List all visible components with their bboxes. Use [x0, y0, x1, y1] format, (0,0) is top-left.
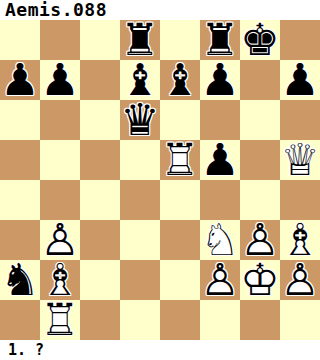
square-e7[interactable]: ♝ [160, 60, 200, 100]
square-d3[interactable] [120, 220, 160, 260]
square-b5[interactable] [40, 140, 80, 180]
piece-black-king: ♚ [240, 20, 280, 60]
square-f2[interactable]: ♟♙ [200, 260, 240, 300]
piece-black-bishop: ♝ [160, 60, 200, 100]
square-d1[interactable] [120, 300, 160, 340]
puzzle-title: Aemis.088 [5, 0, 107, 20]
square-a5[interactable] [0, 140, 40, 180]
square-h5[interactable]: ♛♕ [280, 140, 320, 180]
piece-white-queen: ♛♕ [280, 140, 320, 180]
piece-black-pawn: ♟ [200, 140, 240, 180]
piece-white-rook: ♜♖ [40, 300, 80, 340]
square-d2[interactable] [120, 260, 160, 300]
square-c4[interactable] [80, 180, 120, 220]
square-h7[interactable]: ♟ [280, 60, 320, 100]
piece-black-pawn: ♟ [280, 60, 320, 100]
square-c7[interactable] [80, 60, 120, 100]
square-c1[interactable] [80, 300, 120, 340]
square-c5[interactable] [80, 140, 120, 180]
square-g5[interactable] [240, 140, 280, 180]
square-c3[interactable] [80, 220, 120, 260]
square-e4[interactable] [160, 180, 200, 220]
square-h2[interactable]: ♟♙ [280, 260, 320, 300]
square-a4[interactable] [0, 180, 40, 220]
piece-white-pawn: ♟♙ [280, 260, 320, 300]
square-a2[interactable]: ♞ [0, 260, 40, 300]
square-f1[interactable] [200, 300, 240, 340]
square-c8[interactable] [80, 20, 120, 60]
piece-black-pawn: ♟ [40, 60, 80, 100]
square-d4[interactable] [120, 180, 160, 220]
piece-black-pawn: ♟ [200, 60, 240, 100]
piece-white-king: ♚♔ [240, 260, 280, 300]
square-d5[interactable] [120, 140, 160, 180]
square-e1[interactable] [160, 300, 200, 340]
square-e2[interactable] [160, 260, 200, 300]
square-d6[interactable]: ♛ [120, 100, 160, 140]
square-c2[interactable] [80, 260, 120, 300]
chess-puzzle-window: Aemis.088 ♜♜♚♟♟♝♝♟♟♛♜♖♟♛♕♟♙♞♘♟♙♝♗♞♝♗♟♙♚♔… [0, 0, 320, 360]
square-a6[interactable] [0, 100, 40, 140]
square-e3[interactable] [160, 220, 200, 260]
chess-board: ♜♜♚♟♟♝♝♟♟♛♜♖♟♛♕♟♙♞♘♟♙♝♗♞♝♗♟♙♚♔♟♙♜♖ [0, 20, 320, 340]
square-b7[interactable]: ♟ [40, 60, 80, 100]
square-b1[interactable]: ♜♖ [40, 300, 80, 340]
square-a7[interactable]: ♟ [0, 60, 40, 100]
square-g1[interactable] [240, 300, 280, 340]
square-a1[interactable] [0, 300, 40, 340]
square-g6[interactable] [240, 100, 280, 140]
piece-white-pawn: ♟♙ [200, 260, 240, 300]
square-b6[interactable] [40, 100, 80, 140]
square-f7[interactable]: ♟ [200, 60, 240, 100]
piece-black-pawn: ♟ [0, 60, 40, 100]
square-e5[interactable]: ♜♖ [160, 140, 200, 180]
piece-black-knight: ♞ [0, 260, 40, 300]
square-f5[interactable]: ♟ [200, 140, 240, 180]
move-prompt: 1. ? [8, 340, 44, 360]
square-g7[interactable] [240, 60, 280, 100]
square-g8[interactable]: ♚ [240, 20, 280, 60]
piece-white-rook: ♜♖ [160, 140, 200, 180]
square-c6[interactable] [80, 100, 120, 140]
square-h1[interactable] [280, 300, 320, 340]
square-g2[interactable]: ♚♔ [240, 260, 280, 300]
piece-black-queen: ♛ [120, 100, 160, 140]
